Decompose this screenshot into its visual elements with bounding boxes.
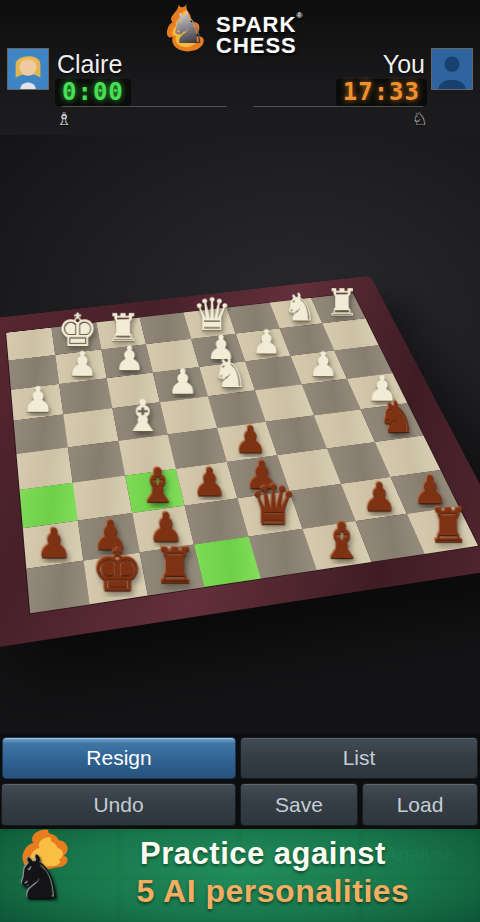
white-bishop-f4[interactable]: ♝ <box>117 394 167 438</box>
chess-board[interactable]: ♚♜♛♞♜♟♟♟♟♟♟♞♟♝♟♟♞♝♟♟♟♟♟♛♟♟♚♜♝♜ <box>5 293 479 615</box>
square-g8[interactable]: ♚ <box>83 553 147 605</box>
black-rook-f8[interactable]: ♜ <box>146 542 204 591</box>
sparkchess-app: ♞ SPARK® CHESS Claire 0:00 You 17:33 <box>0 0 480 922</box>
square-g3[interactable] <box>59 378 112 415</box>
opponent-divider <box>62 106 227 107</box>
player-clock: 17:33 <box>336 79 427 106</box>
claire-avatar <box>7 48 49 90</box>
white-pawn-h3[interactable]: ♟ <box>13 382 62 417</box>
black-rook-a8[interactable]: ♜ <box>421 503 477 550</box>
load-button[interactable]: Load <box>362 783 478 826</box>
game-menu: Resign List Undo Save Load Analyse ♞ Pra… <box>0 733 480 922</box>
opponent-clock: 0:00 <box>55 79 131 106</box>
registered-mark: ® <box>296 11 302 20</box>
player-divider <box>253 106 423 107</box>
black-knight-a5[interactable]: ♞ <box>372 396 422 439</box>
white-pawn-g2[interactable]: ♟ <box>58 347 105 381</box>
board-frame: ♚♜♛♞♜♟♟♟♟♟♟♞♟♝♟♟♞♝♟♟♟♟♟♛♟♟♚♜♝♜ <box>0 276 480 648</box>
player-bar: Claire 0:00 You 17:33 <box>0 46 480 106</box>
you-avatar <box>431 48 473 90</box>
square-f2[interactable]: ♟ <box>101 344 153 378</box>
list-button[interactable]: List <box>240 737 478 779</box>
black-bishop-c8[interactable]: ♝ <box>313 516 369 566</box>
white-knight-d3[interactable]: ♞ <box>206 353 254 394</box>
black-king-g8[interactable]: ♚ <box>88 542 146 600</box>
save-button[interactable]: Save <box>240 783 358 826</box>
logo-knight-icon: ♞ <box>168 6 207 50</box>
square-f8[interactable]: ♜ <box>139 545 204 596</box>
black-bishop-f6[interactable]: ♝ <box>130 462 184 509</box>
white-knight-b1[interactable]: ♞ <box>277 288 321 326</box>
black-pawn-e6[interactable]: ♟ <box>183 463 236 502</box>
square-g2[interactable]: ♟ <box>55 349 106 383</box>
undo-button[interactable]: Undo <box>1 783 236 826</box>
white-pawn-b3[interactable]: ♟ <box>299 348 346 382</box>
opponent-name: Claire <box>57 50 122 79</box>
player-captured-tray: ♘ <box>412 108 428 130</box>
square-a8[interactable]: ♜ <box>407 506 478 553</box>
white-pawn-f2[interactable]: ♟ <box>105 342 152 376</box>
square-g5[interactable] <box>68 441 125 483</box>
banner-line2: 5 AI personalities <box>78 873 468 910</box>
board-scene: ♚♜♛♞♜♟♟♟♟♟♟♞♟♝♟♟♞♝♟♟♟♟♟♛♟♟♚♜♝♜ <box>0 135 480 733</box>
banner-line1: Practice against <box>78 836 448 872</box>
square-f4[interactable]: ♝ <box>112 402 168 441</box>
promo-banner[interactable]: ♞ Practice against 5 AI personalities <box>0 829 480 922</box>
square-g4[interactable] <box>63 408 118 447</box>
opponent-captured-tray: ♗ <box>56 108 72 130</box>
resign-button[interactable]: Resign <box>2 737 236 779</box>
banner-knight-icon: ♞ <box>12 847 66 907</box>
square-h8[interactable] <box>26 561 89 614</box>
header: ♞ SPARK® CHESS Claire 0:00 You 17:33 <box>0 0 480 135</box>
player-name: You <box>383 50 425 79</box>
white-rook-a1[interactable]: ♜ <box>320 284 364 321</box>
black-queen-d7[interactable]: ♛ <box>246 478 301 533</box>
black-pawn-h7[interactable]: ♟ <box>26 524 82 565</box>
square-h5[interactable] <box>17 447 73 489</box>
